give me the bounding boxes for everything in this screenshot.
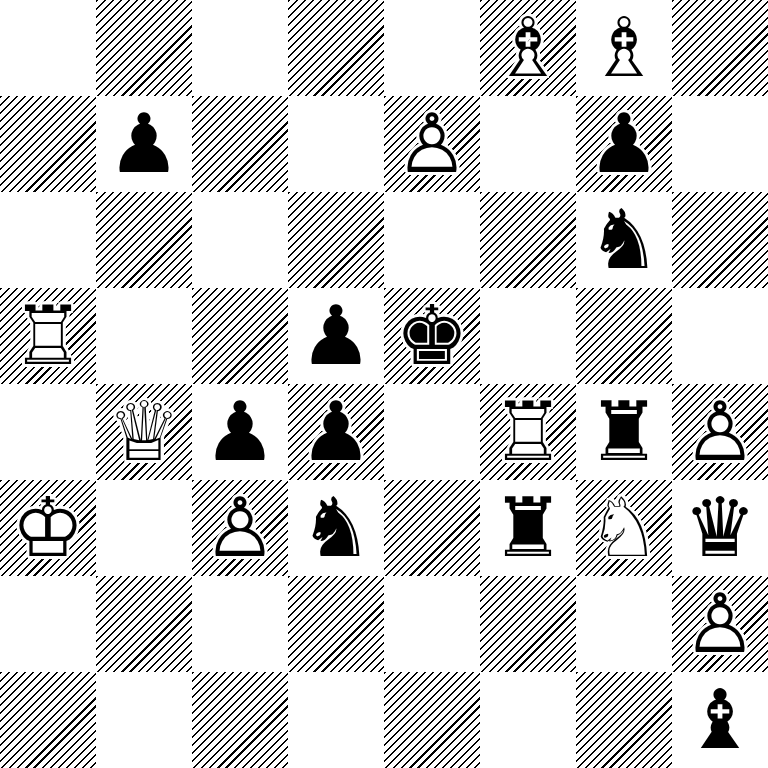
square-c6[interactable] [192, 192, 288, 288]
white-pawn-piece[interactable]: ♟♙ [672, 576, 768, 672]
black-pawn-icon: ♟ [192, 384, 288, 480]
square-b8[interactable] [96, 0, 192, 96]
square-f5[interactable] [480, 288, 576, 384]
square-g5[interactable] [576, 288, 672, 384]
white-knight-piece[interactable]: ♞♘ [576, 480, 672, 576]
square-e6[interactable] [384, 192, 480, 288]
square-e7[interactable]: ♟♙ [384, 96, 480, 192]
square-e5[interactable]: ♚ [384, 288, 480, 384]
square-h1[interactable]: ♝ [672, 672, 768, 768]
black-queen-icon: ♛ [672, 480, 768, 576]
black-pawn-piece[interactable]: ♟ [288, 384, 384, 480]
white-rook-piece[interactable]: ♜♖ [0, 288, 96, 384]
square-h5[interactable] [672, 288, 768, 384]
square-a1[interactable] [0, 672, 96, 768]
white-pawn-piece[interactable]: ♟♙ [384, 96, 480, 192]
white-pawn-icon: ♙ [672, 576, 768, 672]
white-knight-icon: ♘ [576, 480, 672, 576]
white-pawn-piece[interactable]: ♟♙ [672, 384, 768, 480]
square-g7[interactable]: ♟ [576, 96, 672, 192]
white-pawn-icon: ♙ [384, 96, 480, 192]
square-b5[interactable] [96, 288, 192, 384]
square-e8[interactable] [384, 0, 480, 96]
black-king-icon: ♚ [384, 288, 480, 384]
square-f3[interactable]: ♜ [480, 480, 576, 576]
square-g2[interactable] [576, 576, 672, 672]
white-king-piece[interactable]: ♚♔ [0, 480, 96, 576]
square-a6[interactable] [0, 192, 96, 288]
white-rook-icon: ♖ [480, 384, 576, 480]
square-c5[interactable] [192, 288, 288, 384]
square-a5[interactable]: ♜♖ [0, 288, 96, 384]
black-pawn-icon: ♟ [288, 288, 384, 384]
square-c1[interactable] [192, 672, 288, 768]
square-g3[interactable]: ♞♘ [576, 480, 672, 576]
white-pawn-icon: ♙ [192, 480, 288, 576]
white-queen-piece[interactable]: ♛♕ [96, 384, 192, 480]
chess-board: ♝♗♝♗♟♟♙♟♞♜♖♟♚♛♕♟♟♜♖♜♟♙♚♔♟♙♞♜♞♘♛♟♙♝ [0, 0, 768, 768]
square-f8[interactable]: ♝♗ [480, 0, 576, 96]
black-bishop-piece[interactable]: ♝ [672, 672, 768, 768]
black-rook-piece[interactable]: ♜ [480, 480, 576, 576]
black-pawn-piece[interactable]: ♟ [96, 96, 192, 192]
square-a8[interactable] [0, 0, 96, 96]
square-b4[interactable]: ♛♕ [96, 384, 192, 480]
square-g1[interactable] [576, 672, 672, 768]
square-g4[interactable]: ♜ [576, 384, 672, 480]
black-bishop-icon: ♝ [672, 672, 768, 768]
square-a7[interactable] [0, 96, 96, 192]
white-pawn-icon: ♙ [672, 384, 768, 480]
square-d5[interactable]: ♟ [288, 288, 384, 384]
black-rook-icon: ♜ [576, 384, 672, 480]
white-queen-icon: ♕ [96, 384, 192, 480]
square-f2[interactable] [480, 576, 576, 672]
black-rook-piece[interactable]: ♜ [576, 384, 672, 480]
square-b7[interactable]: ♟ [96, 96, 192, 192]
black-pawn-icon: ♟ [288, 384, 384, 480]
black-queen-piece[interactable]: ♛ [672, 480, 768, 576]
black-knight-piece[interactable]: ♞ [576, 192, 672, 288]
square-d6[interactable] [288, 192, 384, 288]
square-b3[interactable] [96, 480, 192, 576]
square-c3[interactable]: ♟♙ [192, 480, 288, 576]
black-pawn-icon: ♟ [96, 96, 192, 192]
square-e2[interactable] [384, 576, 480, 672]
square-a3[interactable]: ♚♔ [0, 480, 96, 576]
square-h6[interactable] [672, 192, 768, 288]
square-b6[interactable] [96, 192, 192, 288]
square-c4[interactable]: ♟ [192, 384, 288, 480]
square-h7[interactable] [672, 96, 768, 192]
white-pawn-piece[interactable]: ♟♙ [192, 480, 288, 576]
black-pawn-icon: ♟ [576, 96, 672, 192]
square-a4[interactable] [0, 384, 96, 480]
square-d4[interactable]: ♟ [288, 384, 384, 480]
square-h2[interactable]: ♟♙ [672, 576, 768, 672]
white-king-icon: ♔ [0, 480, 96, 576]
white-rook-icon: ♖ [0, 288, 96, 384]
black-rook-icon: ♜ [480, 480, 576, 576]
square-e1[interactable] [384, 672, 480, 768]
square-d3[interactable]: ♞ [288, 480, 384, 576]
square-d1[interactable] [288, 672, 384, 768]
square-e4[interactable] [384, 384, 480, 480]
black-knight-icon: ♞ [288, 480, 384, 576]
square-h8[interactable] [672, 0, 768, 96]
square-g6[interactable]: ♞ [576, 192, 672, 288]
square-b1[interactable] [96, 672, 192, 768]
square-e3[interactable] [384, 480, 480, 576]
black-knight-piece[interactable]: ♞ [288, 480, 384, 576]
black-pawn-piece[interactable]: ♟ [576, 96, 672, 192]
square-f4[interactable]: ♜♖ [480, 384, 576, 480]
square-a2[interactable] [0, 576, 96, 672]
white-bishop-icon: ♗ [576, 0, 672, 96]
square-h4[interactable]: ♟♙ [672, 384, 768, 480]
square-d8[interactable] [288, 0, 384, 96]
black-pawn-piece[interactable]: ♟ [192, 384, 288, 480]
square-d2[interactable] [288, 576, 384, 672]
square-h3[interactable]: ♛ [672, 480, 768, 576]
square-d7[interactable] [288, 96, 384, 192]
square-f6[interactable] [480, 192, 576, 288]
square-g8[interactable]: ♝♗ [576, 0, 672, 96]
square-f7[interactable] [480, 96, 576, 192]
square-c7[interactable] [192, 96, 288, 192]
white-bishop-icon: ♗ [480, 0, 576, 96]
square-c2[interactable] [192, 576, 288, 672]
square-f1[interactable] [480, 672, 576, 768]
white-rook-piece[interactable]: ♜♖ [480, 384, 576, 480]
white-bishop-piece[interactable]: ♝♗ [480, 0, 576, 96]
square-c8[interactable] [192, 0, 288, 96]
black-knight-icon: ♞ [576, 192, 672, 288]
square-b2[interactable] [96, 576, 192, 672]
black-pawn-piece[interactable]: ♟ [288, 288, 384, 384]
black-king-piece[interactable]: ♚ [384, 288, 480, 384]
white-bishop-piece[interactable]: ♝♗ [576, 0, 672, 96]
